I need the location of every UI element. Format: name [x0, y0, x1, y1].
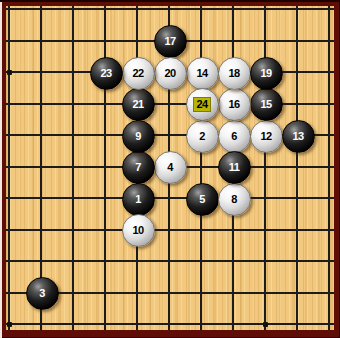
grid-line-horizontal [6, 8, 334, 10]
grid-line-horizontal [6, 229, 334, 231]
move-number: 15 [260, 98, 271, 111]
grid-line-horizontal [6, 103, 334, 105]
stone-1-black[interactable]: 1 [122, 183, 155, 216]
stone-13-black[interactable]: 13 [282, 120, 315, 153]
move-number: 8 [231, 193, 237, 206]
stone-24-white[interactable]: 24 [186, 88, 219, 121]
star-point [263, 322, 268, 327]
move-number: 10 [132, 224, 143, 237]
move-number: 12 [260, 130, 271, 143]
move-number: 9 [135, 130, 141, 143]
move-number: 1 [135, 193, 141, 206]
move-number: 11 [229, 161, 240, 174]
move-number: 21 [132, 98, 143, 111]
grid-line-horizontal [6, 260, 334, 262]
stone-17-black[interactable]: 17 [154, 25, 187, 58]
stone-20-white[interactable]: 20 [154, 57, 187, 90]
grid-line-vertical [8, 6, 10, 330]
stone-21-black[interactable]: 21 [122, 88, 155, 121]
stone-19-black[interactable]: 19 [250, 57, 283, 90]
stone-6-white[interactable]: 6 [218, 120, 251, 153]
stone-8-white[interactable]: 8 [218, 183, 251, 216]
move-number: 19 [260, 67, 271, 80]
move-number: 18 [228, 67, 239, 80]
stone-2-white[interactable]: 2 [186, 120, 219, 153]
star-point [7, 70, 12, 75]
stone-9-black[interactable]: 9 [122, 120, 155, 153]
stone-11-black[interactable]: 11 [218, 151, 251, 184]
grid-line-vertical [200, 6, 202, 330]
stone-4-white[interactable]: 4 [154, 151, 187, 184]
stone-10-white[interactable]: 10 [122, 214, 155, 247]
stone-3-black[interactable]: 3 [26, 277, 59, 310]
move-number: 22 [132, 67, 143, 80]
move-number: 13 [292, 130, 303, 143]
star-point [7, 322, 12, 327]
grid-line-vertical [104, 6, 106, 330]
grid-line-vertical [296, 6, 298, 330]
move-number: 16 [228, 98, 239, 111]
stone-15-black[interactable]: 15 [250, 88, 283, 121]
move-number-highlighted: 24 [193, 97, 210, 112]
stone-7-black[interactable]: 7 [122, 151, 155, 184]
stone-5-black[interactable]: 5 [186, 183, 219, 216]
grid-line-vertical [72, 6, 74, 330]
board-frame: 123456789101112131415161718192021222324 [0, 0, 340, 338]
move-number: 6 [231, 130, 237, 143]
move-number: 7 [135, 161, 141, 174]
grid-line-vertical [328, 6, 330, 330]
stone-14-white[interactable]: 14 [186, 57, 219, 90]
stone-18-white[interactable]: 18 [218, 57, 251, 90]
move-number: 2 [199, 130, 205, 143]
move-number: 20 [164, 67, 175, 80]
move-number: 5 [199, 193, 205, 206]
stone-12-white[interactable]: 12 [250, 120, 283, 153]
stone-23-black[interactable]: 23 [90, 57, 123, 90]
move-number: 23 [100, 67, 111, 80]
move-number: 3 [39, 287, 45, 300]
move-number: 14 [196, 67, 207, 80]
grid-line-horizontal [6, 197, 334, 199]
move-number: 4 [167, 161, 173, 174]
move-number: 17 [164, 35, 175, 48]
stone-22-white[interactable]: 22 [122, 57, 155, 90]
grid-line-horizontal [6, 323, 334, 325]
grid-line-vertical [264, 6, 266, 330]
go-board[interactable]: 123456789101112131415161718192021222324 [6, 6, 334, 330]
stone-16-white[interactable]: 16 [218, 88, 251, 121]
